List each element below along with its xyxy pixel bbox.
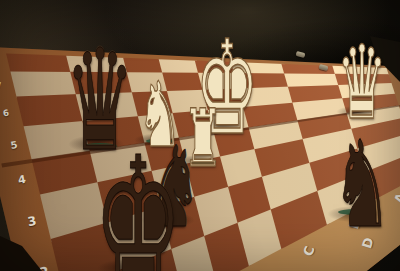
- black-knight-a3[interactable]: ♞: [332, 125, 391, 245]
- black-king-g1[interactable]: ♚: [93, 133, 183, 271]
- pieces: ♛♞♚♜♛♞♞♚: [0, 0, 400, 271]
- chess-photo-stage: 87654321HGFEDCBA ♛♞♚♜♛♞♞♚: [0, 0, 400, 271]
